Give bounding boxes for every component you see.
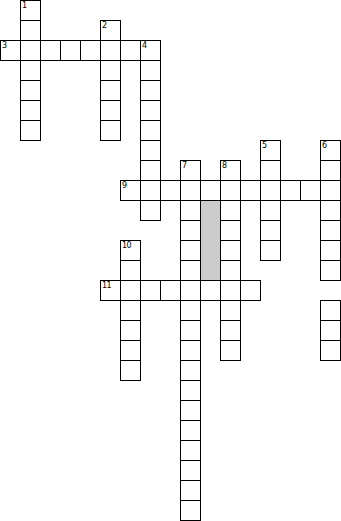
- grid-cell[interactable]: [120, 40, 141, 61]
- clue-number: 9: [122, 181, 127, 190]
- grid-cell[interactable]: [220, 260, 241, 281]
- grid-cell[interactable]: 10: [120, 240, 141, 261]
- grid-cell[interactable]: [320, 240, 341, 261]
- grid-cell[interactable]: [180, 320, 201, 341]
- grid-cell[interactable]: [140, 200, 161, 221]
- grid-cell[interactable]: [320, 320, 341, 341]
- grid-cell[interactable]: [240, 180, 261, 201]
- grid-cell[interactable]: [140, 160, 161, 181]
- grid-cell[interactable]: [140, 100, 161, 121]
- grid-cell[interactable]: [180, 420, 201, 441]
- clue-number: 4: [142, 41, 147, 50]
- grid-cell[interactable]: [180, 200, 201, 221]
- grid-cell[interactable]: [160, 280, 181, 301]
- grid-cell[interactable]: 1: [20, 0, 41, 21]
- grid-cell[interactable]: [180, 240, 201, 261]
- grid-cell[interactable]: [180, 180, 201, 201]
- grid-cell[interactable]: [180, 260, 201, 281]
- grid-cell[interactable]: [100, 120, 121, 141]
- grid-cell[interactable]: [300, 180, 321, 201]
- grid-cell[interactable]: [120, 280, 141, 301]
- grid-cell[interactable]: 2: [100, 20, 121, 41]
- grid-cell[interactable]: [180, 300, 201, 321]
- grid-cell[interactable]: 3: [0, 40, 21, 61]
- grid-cell[interactable]: [100, 40, 121, 61]
- crossword-grid: 1234567891011: [0, 0, 341, 521]
- grid-cell[interactable]: [260, 180, 281, 201]
- grid-cell[interactable]: [260, 200, 281, 221]
- grid-cell[interactable]: [320, 220, 341, 241]
- grid-cell[interactable]: 4: [140, 40, 161, 61]
- grid-cell[interactable]: [180, 400, 201, 421]
- grid-cell[interactable]: [140, 60, 161, 81]
- grid-cell[interactable]: [20, 40, 41, 61]
- grid-cell[interactable]: [220, 280, 241, 301]
- grid-cell[interactable]: [220, 300, 241, 321]
- grid-cell[interactable]: [140, 280, 161, 301]
- clue-number: 6: [322, 141, 327, 150]
- grid-cell[interactable]: [180, 380, 201, 401]
- clue-number: 11: [102, 281, 111, 290]
- grid-cell[interactable]: [140, 180, 161, 201]
- grid-cell[interactable]: [320, 260, 341, 281]
- grid-cell[interactable]: [180, 220, 201, 241]
- grid-cell[interactable]: [140, 80, 161, 101]
- grid-cell[interactable]: [100, 100, 121, 121]
- grid-cell[interactable]: [100, 80, 121, 101]
- grid-cell[interactable]: [320, 300, 341, 321]
- clue-number: 1: [22, 1, 27, 10]
- clue-number: 7: [182, 161, 187, 170]
- grid-cell[interactable]: 5: [260, 140, 281, 161]
- grid-cell[interactable]: [260, 160, 281, 181]
- grid-cell[interactable]: [220, 220, 241, 241]
- grid-cell[interactable]: [140, 140, 161, 161]
- grid-cell[interactable]: [20, 100, 41, 121]
- grid-cell[interactable]: [320, 200, 341, 221]
- grid-cell[interactable]: [260, 220, 281, 241]
- grid-cell[interactable]: [220, 320, 241, 341]
- clue-number: 5: [262, 141, 267, 150]
- grid-cell[interactable]: [260, 240, 281, 261]
- grid-cell[interactable]: 8: [220, 160, 241, 181]
- clue-number: 10: [122, 241, 131, 250]
- grid-cell[interactable]: [180, 280, 201, 301]
- grid-cell[interactable]: [120, 360, 141, 381]
- grid-cell[interactable]: [60, 40, 81, 61]
- grid-cell[interactable]: [120, 260, 141, 281]
- grid-cell[interactable]: 11: [100, 280, 121, 301]
- grid-cell[interactable]: 9: [120, 180, 141, 201]
- grid-cell[interactable]: [20, 120, 41, 141]
- grid-cell[interactable]: [120, 320, 141, 341]
- grid-cell[interactable]: [200, 280, 221, 301]
- grid-cell[interactable]: [140, 120, 161, 141]
- grid-cell[interactable]: [160, 180, 181, 201]
- grid-cell[interactable]: [180, 460, 201, 481]
- grid-cell[interactable]: [20, 60, 41, 81]
- grid-cell[interactable]: [100, 60, 121, 81]
- clue-number: 8: [222, 161, 227, 170]
- grid-cell[interactable]: [180, 500, 201, 521]
- grid-cell[interactable]: [180, 340, 201, 361]
- grid-cell[interactable]: [320, 180, 341, 201]
- grid-cell[interactable]: [320, 340, 341, 361]
- grid-cell[interactable]: [180, 440, 201, 461]
- grid-cell[interactable]: [220, 240, 241, 261]
- grid-cell[interactable]: [240, 280, 261, 301]
- grid-cell[interactable]: [20, 20, 41, 41]
- grid-cell[interactable]: [120, 300, 141, 321]
- grid-cell[interactable]: [180, 480, 201, 501]
- highlighted-word-block[interactable]: [200, 200, 221, 281]
- grid-cell[interactable]: [220, 200, 241, 221]
- grid-cell[interactable]: [40, 40, 61, 61]
- grid-cell[interactable]: 6: [320, 140, 341, 161]
- grid-cell[interactable]: [220, 340, 241, 361]
- grid-cell[interactable]: [200, 180, 221, 201]
- grid-cell[interactable]: [80, 40, 101, 61]
- grid-cell[interactable]: [220, 180, 241, 201]
- grid-cell[interactable]: [180, 360, 201, 381]
- grid-cell[interactable]: [120, 340, 141, 361]
- clue-number: 3: [2, 41, 7, 50]
- clue-number: 2: [102, 21, 107, 30]
- grid-cell[interactable]: 7: [180, 160, 201, 181]
- grid-cell[interactable]: [280, 180, 301, 201]
- grid-cell[interactable]: [320, 160, 341, 181]
- grid-cell[interactable]: [20, 80, 41, 101]
